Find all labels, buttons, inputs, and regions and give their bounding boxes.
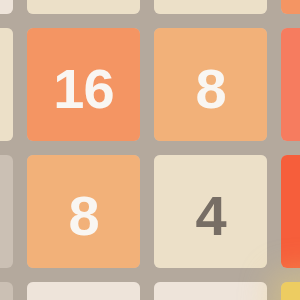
tile-8-r2c1: 8 xyxy=(27,155,140,268)
tile-value-label: 8 xyxy=(68,183,98,248)
tile-16-r0c3: 16 xyxy=(281,0,300,14)
tile-64-r2c3: 64 xyxy=(281,155,300,268)
grid-cell-r3c0 xyxy=(0,282,13,300)
board-2048[interactable]: 24416416832846422256 xyxy=(0,0,300,300)
grid-cell-r2c0 xyxy=(0,155,13,268)
tile-32-r1c3: 32 xyxy=(281,28,300,141)
tile-2-r3c2: 2 xyxy=(154,282,267,300)
tile-value-label: 4 xyxy=(195,183,225,248)
board-viewport[interactable]: 24416416832846422256 xyxy=(0,0,300,300)
tile-8-r1c2: 8 xyxy=(154,28,267,141)
tile-value-label: 16 xyxy=(53,56,113,121)
tile-4-r2c2: 4 xyxy=(154,155,267,268)
tile-2-r3c1: 2 xyxy=(27,282,140,300)
tile-4-r0c1: 4 xyxy=(27,0,140,14)
tile-value-label: 8 xyxy=(195,56,225,121)
tile-16-r1c1: 16 xyxy=(27,28,140,141)
tile-4-r0c2: 4 xyxy=(154,0,267,14)
tile-2-r0c0: 2 xyxy=(0,0,13,14)
tile-256-r3c3: 256 xyxy=(281,282,300,300)
tile-4-r1c0: 4 xyxy=(0,28,13,141)
